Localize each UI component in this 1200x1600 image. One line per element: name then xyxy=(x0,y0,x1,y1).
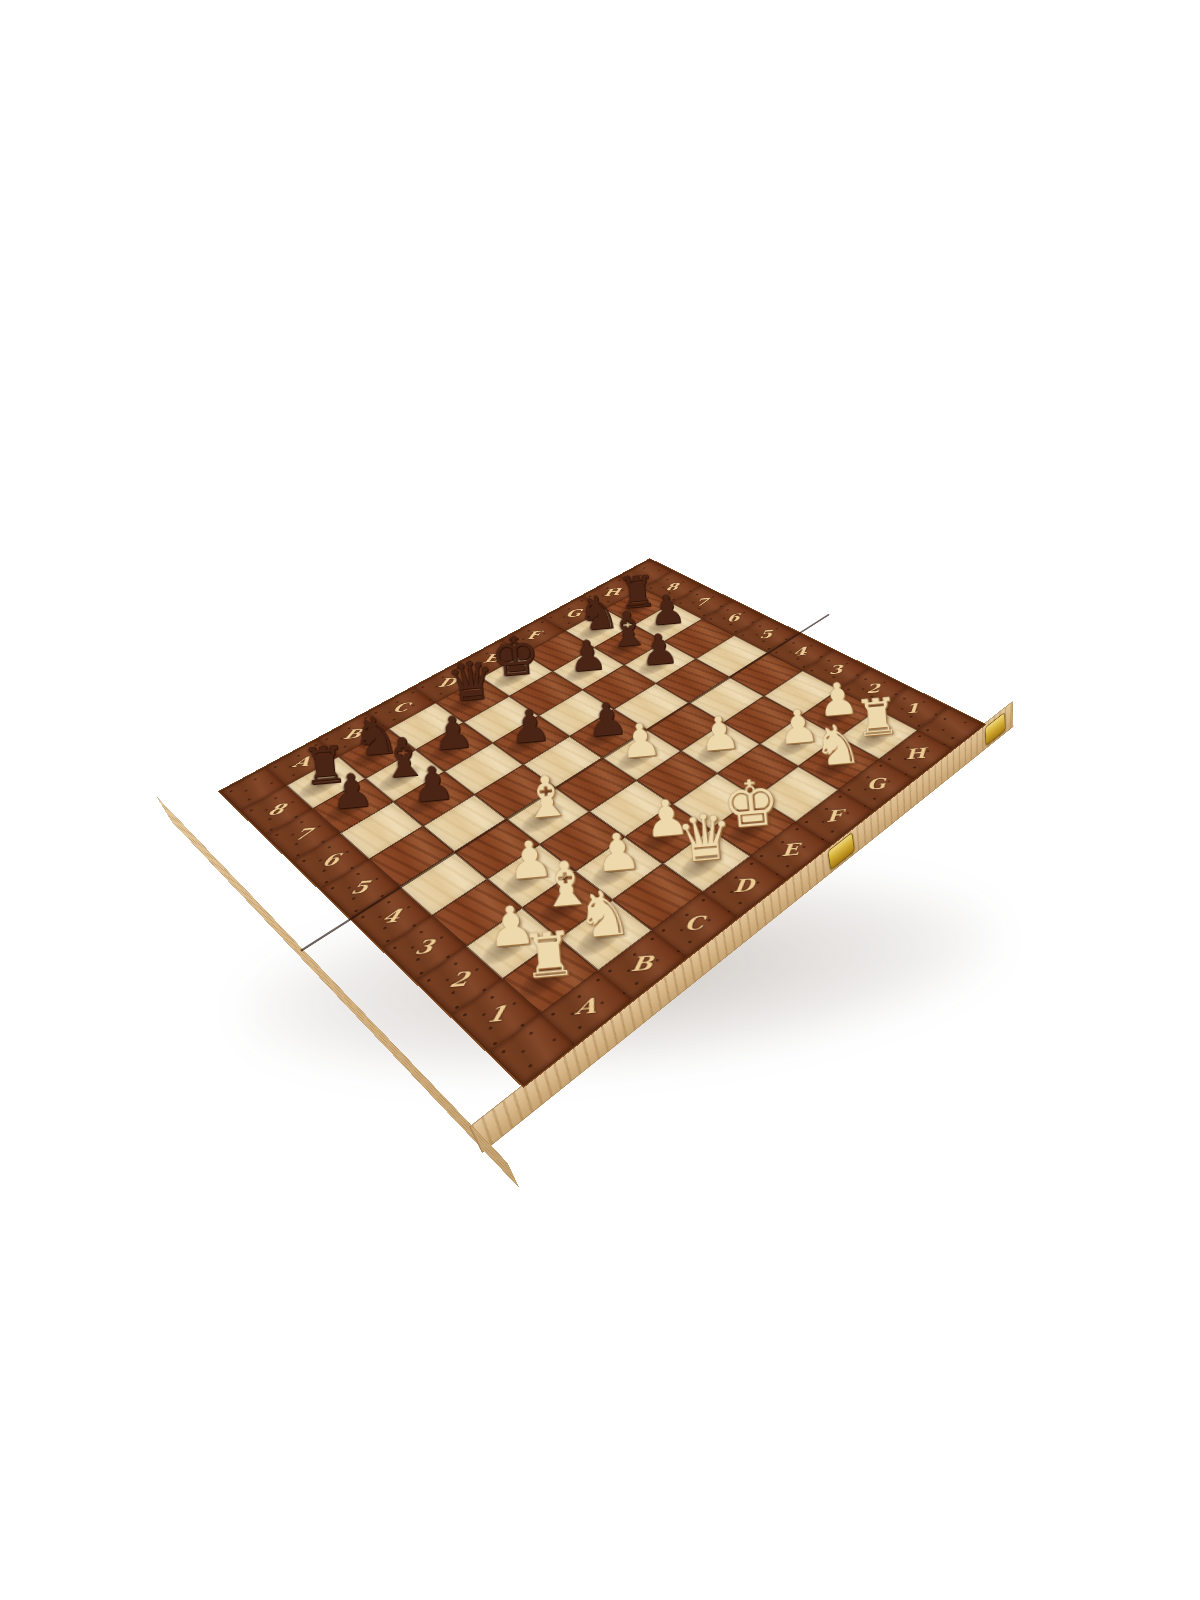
rank-label-right-4-label: 4 xyxy=(793,644,807,658)
rank-label-right-1-label: 1 xyxy=(905,700,920,716)
piece-glyph: ♟ xyxy=(689,708,749,759)
piece-glyph: ♝ xyxy=(514,766,578,827)
piece-glyph: ♞ xyxy=(806,715,868,774)
brass-clasp-2 xyxy=(984,712,1005,746)
rank-label-left-3-label: 3 xyxy=(412,935,437,959)
rank-label-left-2-label: 2 xyxy=(447,967,472,992)
file-label-near-g-label: G xyxy=(866,774,885,793)
rank-label-left-1-label: 1 xyxy=(484,1001,509,1028)
rank-label-left-4-label: 4 xyxy=(379,905,404,928)
rank-label-right-6-label: 6 xyxy=(726,611,740,624)
rank-label-right-5-label: 5 xyxy=(759,627,773,641)
file-label-near-d-label: D xyxy=(732,874,755,897)
file-label-near-h-label: H xyxy=(905,744,926,762)
file-label-near-b-label: B xyxy=(629,951,654,976)
rank-label-right-7-label: 7 xyxy=(695,596,709,609)
file-label-near-a-label: A xyxy=(574,993,599,1020)
rank-label-left-7-label: 7 xyxy=(291,824,315,844)
rank-label-left-6-label: 6 xyxy=(319,850,344,871)
file-label-near-e-label: E xyxy=(781,839,800,860)
file-label-near-f-label: F xyxy=(826,806,842,826)
piece-glyph: ♟ xyxy=(560,633,614,679)
file-label-near-c-label: C xyxy=(683,911,705,935)
rank-label-left-5-label: 5 xyxy=(348,876,373,898)
product-photo: ABCDEFGH8♜♞♛♚♞♜87♟♝♟♟♝♟76♟♟♟65♟54♝♟43♟♟3… xyxy=(0,0,1200,1600)
rank-label-left-8-label: 8 xyxy=(265,800,289,819)
